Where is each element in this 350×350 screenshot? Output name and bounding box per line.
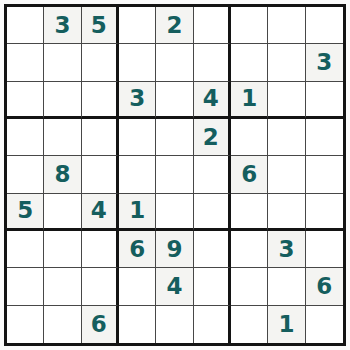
cell-r5c8[interactable] [268, 156, 305, 193]
cell-r3c8[interactable] [268, 82, 305, 119]
cell-r1c7[interactable] [231, 7, 268, 44]
cell-r8c2[interactable] [44, 268, 81, 305]
cell-r3c3[interactable] [82, 82, 119, 119]
cell-r9c8: 1 [268, 306, 305, 343]
cell-r9c6[interactable] [194, 306, 231, 343]
cell-r9c5[interactable] [156, 306, 193, 343]
cell-r6c8[interactable] [268, 194, 305, 231]
cell-r7c5: 9 [156, 231, 193, 268]
cell-r3c4: 3 [119, 82, 156, 119]
cell-r7c6[interactable] [194, 231, 231, 268]
cell-r2c4[interactable] [119, 44, 156, 81]
cell-r8c5: 4 [156, 268, 193, 305]
cell-r4c6: 2 [194, 119, 231, 156]
cell-r9c3: 6 [82, 306, 119, 343]
cell-r8c4[interactable] [119, 268, 156, 305]
cell-r8c8[interactable] [268, 268, 305, 305]
cell-r4c2[interactable] [44, 119, 81, 156]
cell-r1c2: 3 [44, 7, 81, 44]
cell-r3c5[interactable] [156, 82, 193, 119]
cell-r6c9[interactable] [306, 194, 343, 231]
cell-r7c1[interactable] [7, 231, 44, 268]
cell-r7c4: 6 [119, 231, 156, 268]
cell-r7c8: 3 [268, 231, 305, 268]
cell-r6c3: 4 [82, 194, 119, 231]
cell-r4c9[interactable] [306, 119, 343, 156]
cell-r1c6[interactable] [194, 7, 231, 44]
cell-r7c3[interactable] [82, 231, 119, 268]
cell-r6c5[interactable] [156, 194, 193, 231]
cell-r5c7: 6 [231, 156, 268, 193]
cell-r2c7[interactable] [231, 44, 268, 81]
cell-r5c5[interactable] [156, 156, 193, 193]
cell-r9c1[interactable] [7, 306, 44, 343]
cell-r5c2: 8 [44, 156, 81, 193]
cell-r2c3[interactable] [82, 44, 119, 81]
cell-r9c4[interactable] [119, 306, 156, 343]
cell-r7c9[interactable] [306, 231, 343, 268]
cell-r6c2[interactable] [44, 194, 81, 231]
cell-r8c9: 6 [306, 268, 343, 305]
cell-r5c1[interactable] [7, 156, 44, 193]
cell-r5c6[interactable] [194, 156, 231, 193]
cell-r6c6[interactable] [194, 194, 231, 231]
cell-r4c5[interactable] [156, 119, 193, 156]
cell-r6c1: 5 [7, 194, 44, 231]
cell-r6c4: 1 [119, 194, 156, 231]
cell-r8c1[interactable] [7, 268, 44, 305]
cell-r2c2[interactable] [44, 44, 81, 81]
cell-r6c7[interactable] [231, 194, 268, 231]
cell-r2c5[interactable] [156, 44, 193, 81]
cell-r2c6[interactable] [194, 44, 231, 81]
cell-r7c7[interactable] [231, 231, 268, 268]
cell-r4c3[interactable] [82, 119, 119, 156]
cell-r3c2[interactable] [44, 82, 81, 119]
cell-r4c4[interactable] [119, 119, 156, 156]
cell-r3c6: 4 [194, 82, 231, 119]
cell-r1c5: 2 [156, 7, 193, 44]
cell-r1c9[interactable] [306, 7, 343, 44]
cell-r9c7[interactable] [231, 306, 268, 343]
cell-r4c8[interactable] [268, 119, 305, 156]
sudoku-board: 35233412865416934661 [4, 4, 346, 346]
cell-r3c7: 1 [231, 82, 268, 119]
cell-r9c2[interactable] [44, 306, 81, 343]
cell-r8c3[interactable] [82, 268, 119, 305]
cell-r4c7[interactable] [231, 119, 268, 156]
cell-r1c4[interactable] [119, 7, 156, 44]
cell-r8c7[interactable] [231, 268, 268, 305]
cell-r5c3[interactable] [82, 156, 119, 193]
cell-r4c1[interactable] [7, 119, 44, 156]
cell-r2c8[interactable] [268, 44, 305, 81]
cell-r1c1[interactable] [7, 7, 44, 44]
cell-r2c9: 3 [306, 44, 343, 81]
cell-r7c2[interactable] [44, 231, 81, 268]
cell-r1c8[interactable] [268, 7, 305, 44]
cell-r5c9[interactable] [306, 156, 343, 193]
cell-r8c6[interactable] [194, 268, 231, 305]
cell-r5c4[interactable] [119, 156, 156, 193]
cell-r3c9[interactable] [306, 82, 343, 119]
cell-r3c1[interactable] [7, 82, 44, 119]
cell-r9c9[interactable] [306, 306, 343, 343]
cell-r2c1[interactable] [7, 44, 44, 81]
cell-r1c3: 5 [82, 7, 119, 44]
